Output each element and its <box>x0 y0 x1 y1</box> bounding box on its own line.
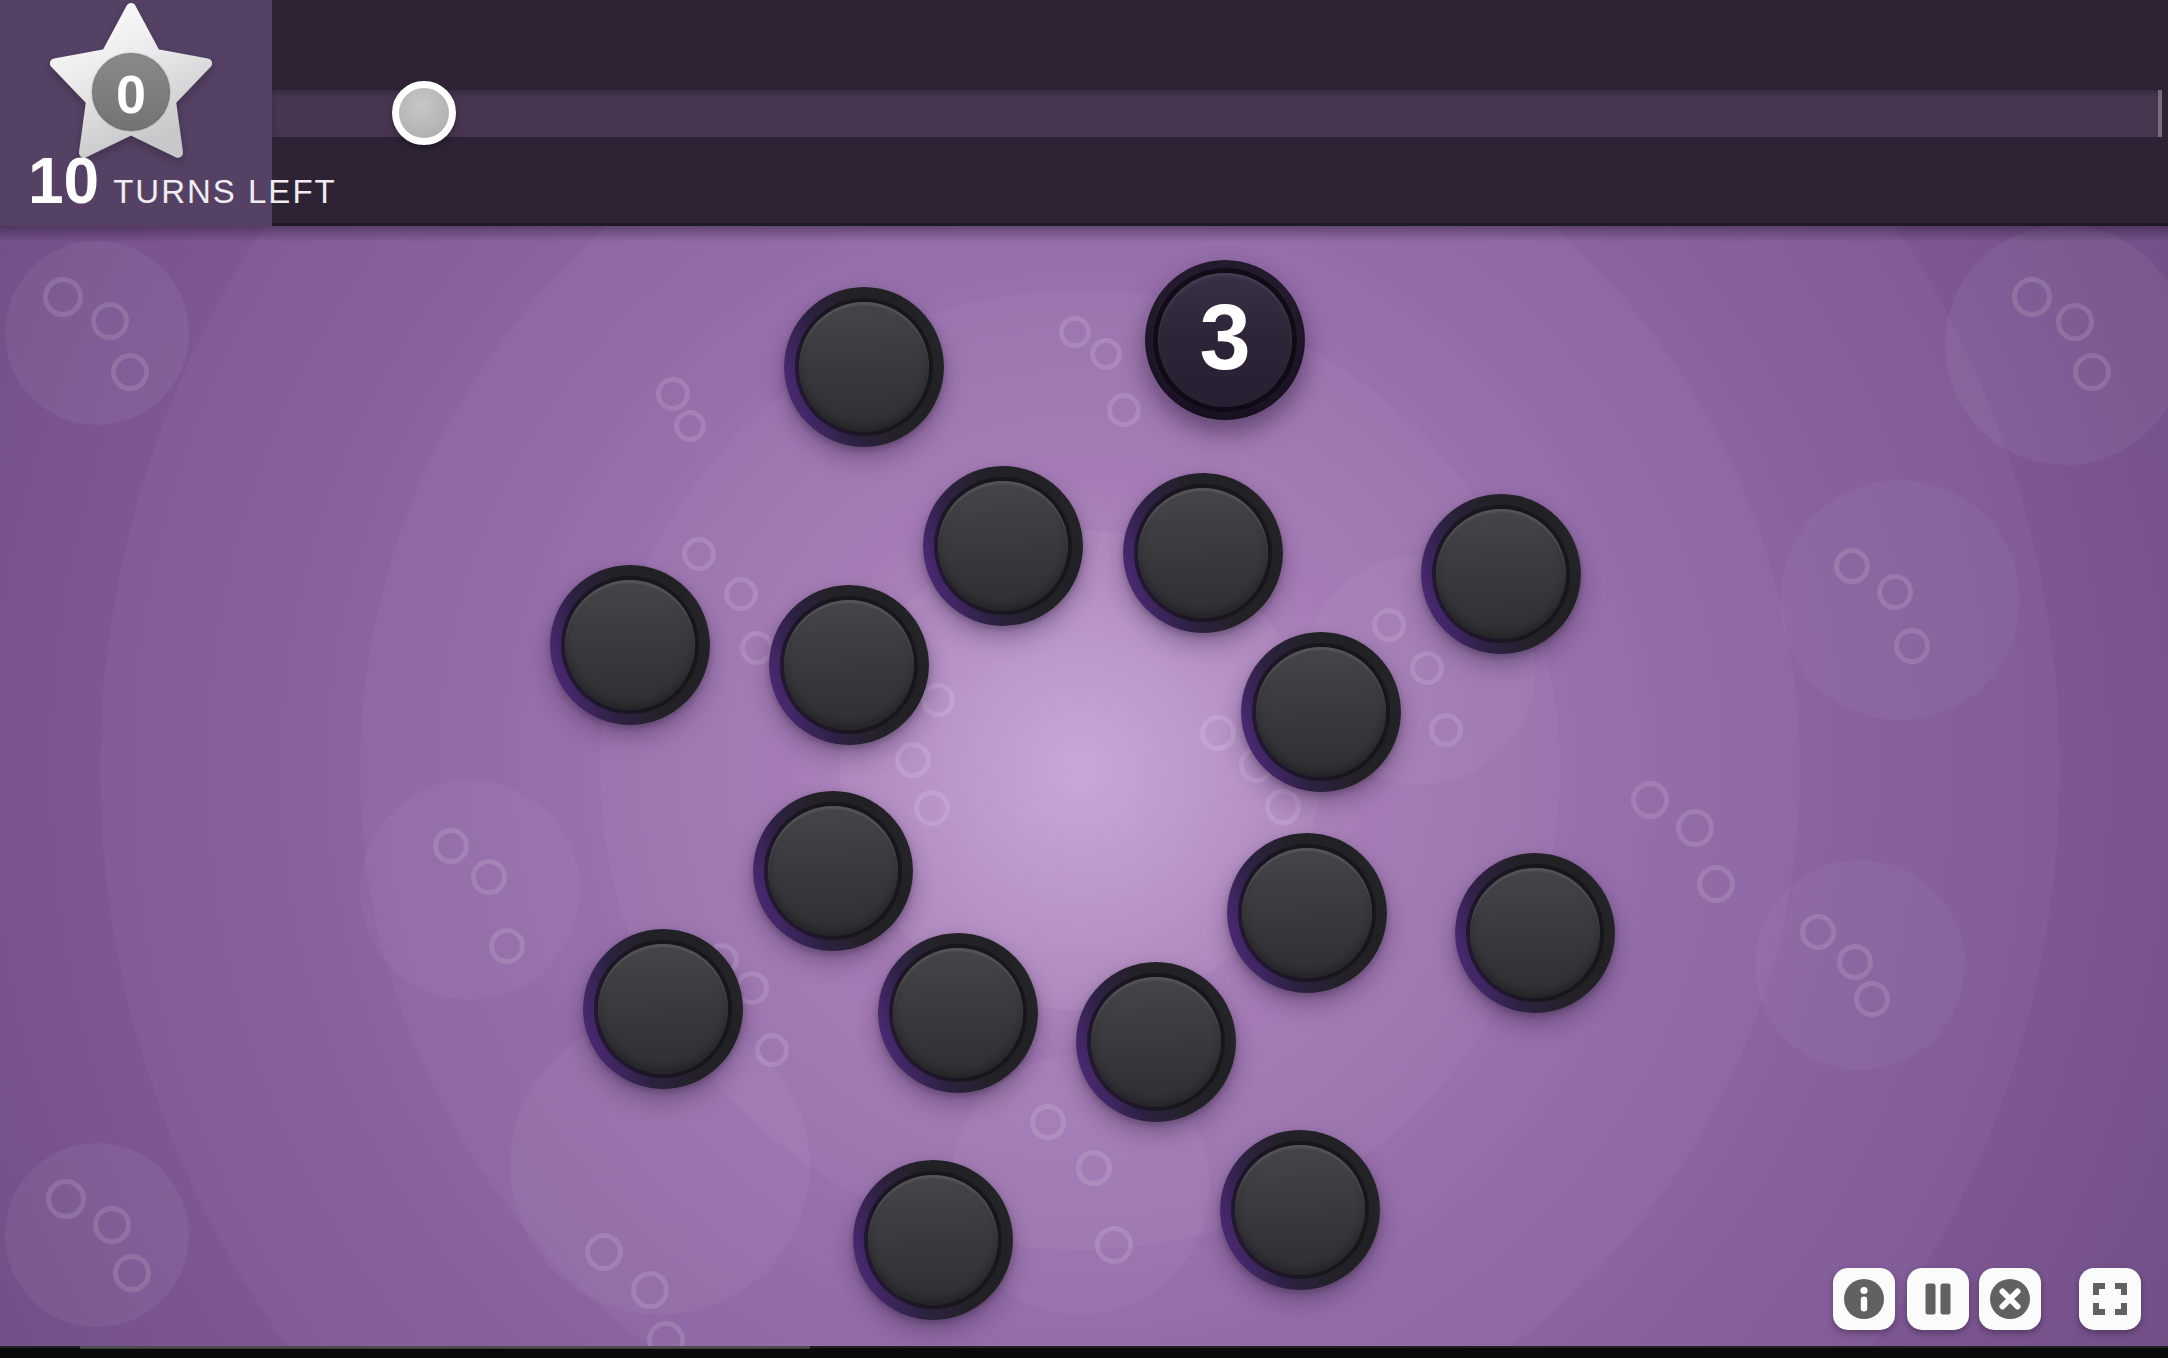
bubble-icon <box>1410 651 1444 685</box>
bubble-icon <box>2012 277 2052 317</box>
bubble-icon <box>471 859 507 895</box>
bubble-icon <box>1076 1150 1112 1186</box>
disc-face-down[interactable] <box>1220 1130 1380 1290</box>
pause-icon <box>1907 1268 1969 1330</box>
bubble-icon <box>489 928 525 964</box>
disc-face-down[interactable] <box>1421 494 1581 654</box>
bubble-icon <box>1854 981 1890 1017</box>
disc-face-down[interactable] <box>753 791 913 951</box>
disc-face-down[interactable] <box>1241 632 1401 792</box>
game-stage: 0 10 TURNS LEFT 3 <box>0 0 2168 1358</box>
info-button[interactable] <box>1833 1268 1895 1330</box>
score-value: 0 <box>116 64 146 124</box>
bubble-icon <box>1877 574 1913 610</box>
bubble-icon <box>1676 809 1714 847</box>
disc-face-down[interactable] <box>1227 833 1387 993</box>
disc-face-down[interactable] <box>784 287 944 447</box>
ripple-circle <box>600 290 1560 1250</box>
blob-decoration <box>360 780 580 1000</box>
bubble-icon <box>1095 1226 1133 1264</box>
disc-face-down[interactable] <box>878 933 1038 1093</box>
ripple-circle <box>360 226 1800 1346</box>
bubble-icon <box>93 1206 131 1244</box>
blob-decoration <box>1755 860 1965 1070</box>
game-board: 3 <box>0 226 2168 1346</box>
turns-left-value: 10 <box>28 144 99 218</box>
bubble-icon <box>682 537 716 571</box>
bubble-icon <box>647 1321 685 1346</box>
blob-decoration <box>1780 480 2020 720</box>
blob-decoration <box>5 1143 189 1327</box>
close-button[interactable] <box>1979 1268 2041 1330</box>
bubble-icon <box>1800 914 1836 950</box>
bubble-icon <box>895 742 931 778</box>
fullscreen-button[interactable] <box>2079 1268 2141 1330</box>
bubble-icon <box>1429 713 1463 747</box>
bubble-icon <box>46 1179 86 1219</box>
bottom-strip-shine <box>80 1346 810 1349</box>
blob-decoration <box>1945 226 2168 465</box>
bubble-icon <box>1372 608 1406 642</box>
blob-decoration <box>5 241 189 425</box>
pause-button[interactable] <box>1907 1268 1969 1330</box>
disc-face-down[interactable] <box>853 1160 1013 1320</box>
bubble-icon <box>1894 628 1930 664</box>
progress-knob <box>392 81 456 145</box>
bubble-icon <box>585 1233 623 1271</box>
turns-left: 10 TURNS LEFT <box>28 144 337 218</box>
bubble-icon <box>433 828 469 864</box>
top-bar: 0 10 TURNS LEFT <box>0 0 2168 226</box>
bubble-icon <box>113 1254 151 1292</box>
bubble-icon <box>1200 715 1236 751</box>
bubble-icon <box>914 790 950 826</box>
progress-bar-track <box>272 90 2162 137</box>
disc-face-down[interactable] <box>1455 853 1615 1013</box>
bubble-icon <box>631 1271 669 1309</box>
info-icon <box>1833 1268 1895 1330</box>
bubble-icon <box>724 577 758 611</box>
bubble-icon <box>1090 338 1122 370</box>
bubble-icon <box>2073 353 2111 391</box>
bubble-icon <box>1059 316 1091 348</box>
bubble-icon <box>1834 548 1870 584</box>
fullscreen-icon <box>2079 1268 2141 1330</box>
bottom-strip <box>0 1346 2168 1358</box>
disc-face-down[interactable] <box>583 929 743 1089</box>
disc-face-down[interactable] <box>769 585 929 745</box>
bubble-icon <box>1697 865 1735 903</box>
bubble-icon <box>111 353 149 391</box>
score-panel: 0 10 TURNS LEFT <box>0 0 272 226</box>
bubble-icon <box>1107 393 1141 427</box>
bubble-icon <box>43 277 83 317</box>
progress-bar-end <box>2158 90 2162 137</box>
bubble-icon <box>921 683 955 717</box>
ripple-circle <box>100 226 2060 1346</box>
turns-left-label: TURNS LEFT <box>113 173 337 211</box>
close-icon <box>1979 1268 2041 1330</box>
disc-revealed-number[interactable]: 3 <box>1145 260 1305 420</box>
bubble-icon <box>1631 781 1669 819</box>
disc-face-down[interactable] <box>1123 473 1283 633</box>
bubble-icon <box>656 377 690 411</box>
disc-face-down[interactable] <box>550 565 710 725</box>
bubble-icon <box>2056 303 2094 341</box>
disc-face-down[interactable] <box>1076 962 1236 1122</box>
disc-number: 3 <box>1145 260 1305 420</box>
bubble-icon <box>755 1033 789 1067</box>
bubble-icon <box>674 410 706 442</box>
bubble-icon <box>1030 1104 1066 1140</box>
disc-face-down[interactable] <box>923 466 1083 626</box>
bubble-icon <box>1837 944 1873 980</box>
bubble-icon <box>1265 789 1301 825</box>
bubble-icon <box>91 302 129 340</box>
